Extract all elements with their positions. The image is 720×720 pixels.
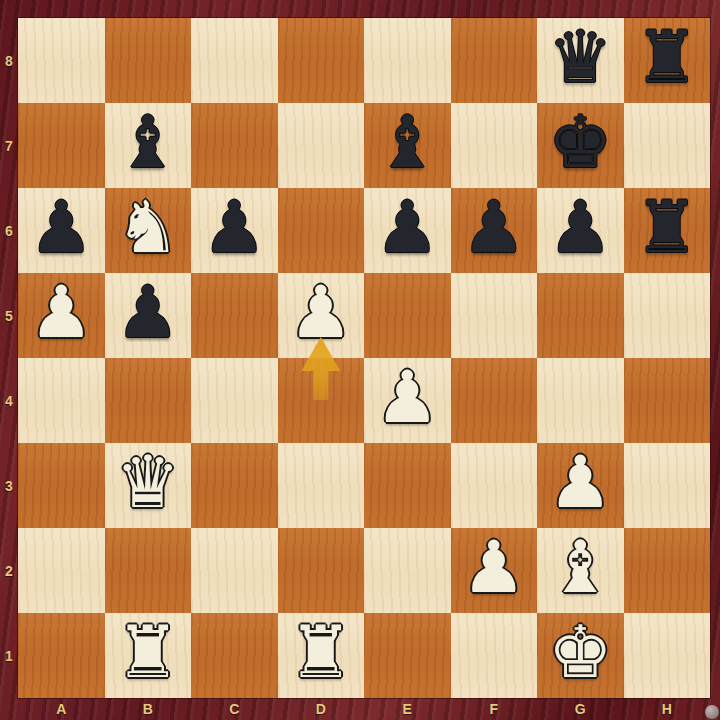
piece-black-pawn-b5: ♟ <box>115 270 180 355</box>
square-c4[interactable] <box>191 358 278 443</box>
file-label-a: A <box>18 698 105 720</box>
piece-white-king-g1: ♚ <box>548 610 613 695</box>
square-f7[interactable] <box>451 103 538 188</box>
rank-label-5: 5 <box>0 273 18 358</box>
square-e5[interactable] <box>364 273 451 358</box>
piece-black-pawn-g6: ♟ <box>548 185 613 270</box>
chess-board-screenshot: ♛♜♝♝♚♟♞♟♟♟♟♜♟♟♟♟♛♟♟♝♜♜♚ 87654321 ABCDEFG… <box>0 0 720 720</box>
piece-black-pawn-f6: ♟ <box>461 185 526 270</box>
rank-label-7: 7 <box>0 103 18 188</box>
piece-white-pawn-e4: ♟ <box>375 355 440 440</box>
file-label-c: C <box>191 698 278 720</box>
square-g5[interactable] <box>537 273 624 358</box>
square-f3[interactable] <box>451 443 538 528</box>
square-a4[interactable] <box>18 358 105 443</box>
piece-white-knight-b6: ♞ <box>115 185 180 270</box>
square-d8[interactable] <box>278 18 365 103</box>
square-c2[interactable] <box>191 528 278 613</box>
square-d5[interactable]: ♟ <box>278 273 365 358</box>
square-b1[interactable]: ♜ <box>105 613 192 698</box>
square-g1[interactable]: ♚ <box>537 613 624 698</box>
piece-black-king-g7: ♚ <box>548 100 613 185</box>
rank-label-4: 4 <box>0 358 18 443</box>
square-a1[interactable] <box>18 613 105 698</box>
piece-white-pawn-f2: ♟ <box>461 525 526 610</box>
piece-white-bishop-g2: ♝ <box>548 525 613 610</box>
square-d2[interactable] <box>278 528 365 613</box>
square-d4[interactable] <box>278 358 365 443</box>
rank-label-6: 6 <box>0 188 18 273</box>
square-h5[interactable] <box>624 273 711 358</box>
square-a2[interactable] <box>18 528 105 613</box>
square-h6[interactable]: ♜ <box>624 188 711 273</box>
piece-white-pawn-g3: ♟ <box>548 440 613 525</box>
square-a8[interactable] <box>18 18 105 103</box>
square-c7[interactable] <box>191 103 278 188</box>
rank-label-3: 3 <box>0 443 18 528</box>
rank-label-8: 8 <box>0 18 18 103</box>
square-h1[interactable] <box>624 613 711 698</box>
square-c8[interactable] <box>191 18 278 103</box>
square-e7[interactable]: ♝ <box>364 103 451 188</box>
file-coordinates: ABCDEFGH <box>18 698 710 720</box>
piece-white-pawn-a5: ♟ <box>29 270 94 355</box>
square-c3[interactable] <box>191 443 278 528</box>
square-g3[interactable]: ♟ <box>537 443 624 528</box>
square-b5[interactable]: ♟ <box>105 273 192 358</box>
square-d6[interactable] <box>278 188 365 273</box>
square-h8[interactable]: ♜ <box>624 18 711 103</box>
square-c5[interactable] <box>191 273 278 358</box>
square-g8[interactable]: ♛ <box>537 18 624 103</box>
piece-black-bishop-e7: ♝ <box>375 100 440 185</box>
square-g4[interactable] <box>537 358 624 443</box>
square-e2[interactable] <box>364 528 451 613</box>
square-d1[interactable]: ♜ <box>278 613 365 698</box>
square-f1[interactable] <box>451 613 538 698</box>
file-label-f: F <box>451 698 538 720</box>
square-f4[interactable] <box>451 358 538 443</box>
square-b4[interactable] <box>105 358 192 443</box>
piece-black-rook-h8: ♜ <box>634 15 699 100</box>
square-h2[interactable] <box>624 528 711 613</box>
rank-label-1: 1 <box>0 613 18 698</box>
piece-black-pawn-a6: ♟ <box>29 185 94 270</box>
square-h4[interactable] <box>624 358 711 443</box>
rank-coordinates: 87654321 <box>0 18 18 698</box>
file-label-g: G <box>537 698 624 720</box>
square-e4[interactable]: ♟ <box>364 358 451 443</box>
square-g7[interactable]: ♚ <box>537 103 624 188</box>
square-e6[interactable]: ♟ <box>364 188 451 273</box>
square-d7[interactable] <box>278 103 365 188</box>
square-b3[interactable]: ♛ <box>105 443 192 528</box>
piece-white-pawn-d5: ♟ <box>288 270 353 355</box>
file-label-h: H <box>624 698 711 720</box>
rank-label-2: 2 <box>0 528 18 613</box>
square-f8[interactable] <box>451 18 538 103</box>
piece-black-queen-g8: ♛ <box>548 15 613 100</box>
square-e8[interactable] <box>364 18 451 103</box>
file-label-b: B <box>105 698 192 720</box>
square-c6[interactable]: ♟ <box>191 188 278 273</box>
piece-white-rook-b1: ♜ <box>115 610 180 695</box>
square-h7[interactable] <box>624 103 711 188</box>
square-g2[interactable]: ♝ <box>537 528 624 613</box>
square-a6[interactable]: ♟ <box>18 188 105 273</box>
square-g6[interactable]: ♟ <box>537 188 624 273</box>
square-b7[interactable]: ♝ <box>105 103 192 188</box>
piece-black-rook-h6: ♜ <box>634 185 699 270</box>
square-c1[interactable] <box>191 613 278 698</box>
square-b8[interactable] <box>105 18 192 103</box>
chess-board: ♛♜♝♝♚♟♞♟♟♟♟♜♟♟♟♟♛♟♟♝♜♜♚ <box>18 18 710 698</box>
piece-black-pawn-e6: ♟ <box>375 185 440 270</box>
piece-white-rook-d1: ♜ <box>288 610 353 695</box>
piece-white-queen-b3: ♛ <box>115 440 180 525</box>
corner-dot <box>705 705 719 719</box>
piece-black-pawn-c6: ♟ <box>202 185 267 270</box>
square-b6[interactable]: ♞ <box>105 188 192 273</box>
square-a3[interactable] <box>18 443 105 528</box>
square-a7[interactable] <box>18 103 105 188</box>
square-a5[interactable]: ♟ <box>18 273 105 358</box>
square-e3[interactable] <box>364 443 451 528</box>
square-f6[interactable]: ♟ <box>451 188 538 273</box>
square-h3[interactable] <box>624 443 711 528</box>
square-b2[interactable] <box>105 528 192 613</box>
file-label-e: E <box>364 698 451 720</box>
square-d3[interactable] <box>278 443 365 528</box>
square-f2[interactable]: ♟ <box>451 528 538 613</box>
square-e1[interactable] <box>364 613 451 698</box>
piece-black-bishop-b7: ♝ <box>115 100 180 185</box>
square-f5[interactable] <box>451 273 538 358</box>
file-label-d: D <box>278 698 365 720</box>
